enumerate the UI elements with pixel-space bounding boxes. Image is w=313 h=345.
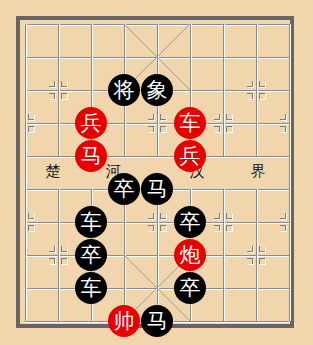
point-marker-1-2 [61, 81, 67, 87]
black-general[interactable]: 将 [108, 74, 140, 106]
point-marker-8-6 [280, 213, 286, 219]
point-marker-4-6 [160, 213, 166, 219]
point-marker-7-2 [259, 81, 265, 87]
xiangqi-app: 楚河汉界将象兵车马兵卒马车卒卒炮车卒帅马 [0, 0, 313, 345]
point-marker-7-7 [259, 258, 265, 264]
red-soldier[interactable]: 兵 [75, 107, 107, 139]
point-marker-7-7 [259, 246, 265, 252]
point-marker-6-6 [214, 225, 220, 231]
red-cannon[interactable]: 炮 [174, 239, 206, 271]
black-soldier[interactable]: 卒 [174, 272, 206, 304]
point-marker-6-3 [214, 126, 220, 132]
point-marker-4-3 [148, 114, 154, 120]
black-horse[interactable]: 马 [141, 173, 173, 205]
point-marker-4-6 [160, 225, 166, 231]
point-marker-4-6 [148, 225, 154, 231]
black-soldier[interactable]: 卒 [174, 206, 206, 238]
point-marker-1-2 [49, 81, 55, 87]
point-marker-1-2 [61, 93, 67, 99]
point-marker-1-2 [49, 93, 55, 99]
black-elephant[interactable]: 象 [141, 74, 173, 106]
point-marker-7-7 [247, 246, 253, 252]
xiangqi-board[interactable]: 楚河汉界将象兵车马兵卒马车卒卒炮车卒帅马 [0, 0, 313, 345]
point-marker-6-6 [226, 225, 232, 231]
point-marker-6-3 [214, 114, 220, 120]
point-marker-6-3 [226, 126, 232, 132]
point-marker-6-3 [226, 114, 232, 120]
black-chariot[interactable]: 车 [75, 272, 107, 304]
point-marker-6-6 [226, 213, 232, 219]
point-marker-1-7 [61, 258, 67, 264]
point-marker-8-3 [280, 126, 286, 132]
point-marker-7-7 [247, 258, 253, 264]
point-marker-0-6 [28, 225, 34, 231]
point-marker-7-2 [259, 93, 265, 99]
point-marker-0-3 [28, 126, 34, 132]
point-marker-8-6 [280, 225, 286, 231]
point-marker-7-2 [247, 93, 253, 99]
red-general[interactable]: 帅 [108, 305, 140, 337]
point-marker-6-6 [214, 213, 220, 219]
point-marker-0-3 [28, 114, 34, 120]
point-marker-4-3 [160, 126, 166, 132]
point-marker-4-3 [148, 126, 154, 132]
point-marker-8-3 [280, 114, 286, 120]
black-chariot[interactable]: 车 [75, 206, 107, 238]
point-marker-4-3 [160, 114, 166, 120]
point-marker-7-2 [247, 81, 253, 87]
red-horse[interactable]: 马 [75, 140, 107, 172]
red-soldier[interactable]: 兵 [174, 140, 206, 172]
point-marker-1-7 [61, 246, 67, 252]
point-marker-1-7 [49, 258, 55, 264]
point-marker-1-7 [49, 246, 55, 252]
river-label-3: 界 [248, 162, 268, 180]
black-soldier[interactable]: 卒 [75, 239, 107, 271]
point-marker-0-6 [28, 213, 34, 219]
point-marker-4-6 [148, 213, 154, 219]
river-label-0: 楚 [43, 162, 63, 180]
black-soldier[interactable]: 卒 [108, 173, 140, 205]
red-chariot[interactable]: 车 [174, 107, 206, 139]
black-horse[interactable]: 马 [141, 305, 173, 337]
